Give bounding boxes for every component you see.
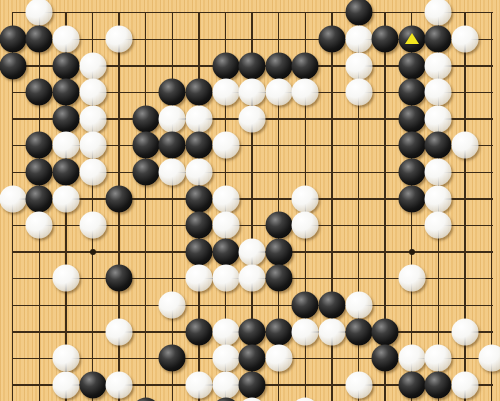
- white-stone: [398, 345, 425, 372]
- white-stone: [52, 345, 79, 372]
- black-stone: [212, 52, 239, 79]
- black-stone: [292, 291, 319, 318]
- black-stone: [106, 185, 133, 212]
- black-stone: [185, 185, 212, 212]
- triangle-marker-icon: [405, 33, 419, 44]
- white-stone: [425, 52, 452, 79]
- white-stone: [212, 345, 239, 372]
- black-stone: [398, 79, 425, 106]
- white-stone: [159, 105, 186, 132]
- black-stone: [52, 79, 79, 106]
- white-stone: [212, 132, 239, 159]
- white-stone: [425, 212, 452, 239]
- white-stone: [478, 345, 500, 372]
- black-stone: [398, 52, 425, 79]
- black-stone: [26, 158, 53, 185]
- white-stone: [239, 265, 266, 292]
- white-stone: [212, 318, 239, 345]
- white-stone: [79, 158, 106, 185]
- white-stone: [26, 212, 53, 239]
- black-stone: [398, 105, 425, 132]
- white-stone: [79, 132, 106, 159]
- white-stone: [185, 105, 212, 132]
- black-stone: [159, 79, 186, 106]
- white-stone: [451, 371, 478, 398]
- black-stone: [265, 212, 292, 239]
- white-stone: [106, 25, 133, 52]
- black-stone: [265, 318, 292, 345]
- black-stone: [79, 371, 106, 398]
- black-stone: [239, 318, 266, 345]
- black-stone: [26, 79, 53, 106]
- black-stone: [26, 25, 53, 52]
- black-stone: [265, 52, 292, 79]
- white-stone: [185, 265, 212, 292]
- white-stone: [79, 79, 106, 106]
- black-stone: [318, 25, 345, 52]
- white-stone: [239, 238, 266, 265]
- white-stone: [425, 105, 452, 132]
- white-stone: [345, 291, 372, 318]
- white-stone: [212, 371, 239, 398]
- white-stone: [79, 52, 106, 79]
- white-stone: [185, 158, 212, 185]
- white-stone: [292, 318, 319, 345]
- white-stone: [52, 265, 79, 292]
- black-stone: [132, 158, 159, 185]
- white-stone: [159, 291, 186, 318]
- black-stone: [159, 345, 186, 372]
- white-stone: [52, 132, 79, 159]
- white-stone: [159, 158, 186, 185]
- white-stone: [292, 212, 319, 239]
- white-stone: [212, 212, 239, 239]
- black-stone: [372, 25, 399, 52]
- go-board[interactable]: [0, 0, 500, 401]
- black-stone: [185, 238, 212, 265]
- white-stone: [265, 345, 292, 372]
- white-stone: [451, 318, 478, 345]
- white-stone: [345, 371, 372, 398]
- white-stone: [425, 345, 452, 372]
- white-stone: [425, 79, 452, 106]
- white-stone: [52, 185, 79, 212]
- white-stone: [451, 25, 478, 52]
- star-point: [409, 249, 415, 255]
- white-stone: [26, 0, 53, 26]
- white-stone: [425, 158, 452, 185]
- black-stone: [345, 318, 372, 345]
- black-stone: [26, 132, 53, 159]
- black-stone: [398, 371, 425, 398]
- black-stone: [398, 158, 425, 185]
- black-stone: [239, 345, 266, 372]
- black-stone: [425, 25, 452, 52]
- white-stone: [345, 25, 372, 52]
- white-stone: [318, 318, 345, 345]
- white-stone: [292, 79, 319, 106]
- white-stone: [185, 371, 212, 398]
- white-stone: [0, 185, 26, 212]
- white-stone: [79, 105, 106, 132]
- black-stone: [292, 52, 319, 79]
- black-stone: [212, 238, 239, 265]
- white-stone: [345, 79, 372, 106]
- star-point: [90, 249, 96, 255]
- white-stone: [212, 265, 239, 292]
- white-stone: [52, 371, 79, 398]
- white-stone: [212, 79, 239, 106]
- white-stone: [106, 318, 133, 345]
- black-stone: [106, 265, 133, 292]
- black-stone: [52, 158, 79, 185]
- black-stone: [265, 238, 292, 265]
- white-stone: [212, 185, 239, 212]
- white-stone: [239, 79, 266, 106]
- white-stone: [265, 79, 292, 106]
- white-stone: [451, 132, 478, 159]
- black-stone: [318, 291, 345, 318]
- white-stone: [239, 105, 266, 132]
- black-stone: [372, 318, 399, 345]
- black-stone: [425, 371, 452, 398]
- black-stone: [398, 185, 425, 212]
- white-stone: [398, 265, 425, 292]
- black-stone: [185, 212, 212, 239]
- black-stone: [265, 265, 292, 292]
- black-stone: [26, 185, 53, 212]
- black-stone: [0, 52, 26, 79]
- black-stone: [345, 0, 372, 26]
- black-stone: [398, 132, 425, 159]
- black-stone: [52, 52, 79, 79]
- black-stone: [372, 345, 399, 372]
- black-stone: [0, 25, 26, 52]
- white-stone: [106, 371, 133, 398]
- black-stone: [425, 132, 452, 159]
- black-stone: [239, 52, 266, 79]
- black-stone: [185, 132, 212, 159]
- black-stone: [52, 105, 79, 132]
- black-stone: [159, 132, 186, 159]
- white-stone: [79, 212, 106, 239]
- white-stone: [425, 0, 452, 26]
- black-stone: [185, 79, 212, 106]
- white-stone: [425, 185, 452, 212]
- white-stone: [345, 52, 372, 79]
- black-stone: [239, 371, 266, 398]
- black-stone: [185, 318, 212, 345]
- white-stone: [52, 25, 79, 52]
- black-stone: [132, 132, 159, 159]
- white-stone: [292, 185, 319, 212]
- black-stone: [132, 105, 159, 132]
